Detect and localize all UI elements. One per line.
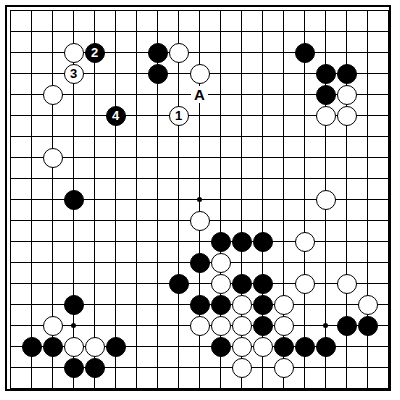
- intersection: [84, 294, 105, 315]
- white-stone: [337, 274, 357, 294]
- intersection: [252, 105, 273, 126]
- intersection: [84, 126, 105, 147]
- intersection: [315, 273, 336, 294]
- intersection: [105, 84, 126, 105]
- white-stone: [232, 337, 252, 357]
- intersection: [0, 42, 21, 63]
- intersection: [210, 378, 231, 399]
- black-stone: [190, 253, 210, 273]
- intersection: [231, 147, 252, 168]
- intersection: [105, 357, 126, 378]
- intersection: [252, 378, 273, 399]
- intersection: [168, 378, 189, 399]
- intersection: [147, 126, 168, 147]
- intersection: [0, 336, 21, 357]
- intersection: [147, 252, 168, 273]
- intersection: [126, 231, 147, 252]
- intersection: [357, 105, 378, 126]
- intersection: [231, 63, 252, 84]
- intersection: [42, 42, 63, 63]
- intersection: [252, 357, 273, 378]
- white-stone: [358, 295, 378, 315]
- intersection: [336, 336, 357, 357]
- star-point: [71, 323, 76, 328]
- intersection: [42, 0, 63, 21]
- intersection: [0, 63, 21, 84]
- intersection: [147, 42, 168, 63]
- intersection: [189, 168, 210, 189]
- intersection: [378, 210, 399, 231]
- intersection: [147, 63, 168, 84]
- intersection: [210, 315, 231, 336]
- intersection: [357, 252, 378, 273]
- intersection: [63, 189, 84, 210]
- intersection: [210, 84, 231, 105]
- intersection: [126, 105, 147, 126]
- intersection: [126, 378, 147, 399]
- intersection: [147, 21, 168, 42]
- white-stone: [190, 64, 210, 84]
- intersection: [252, 21, 273, 42]
- black-stone: [253, 232, 273, 252]
- intersection: [273, 357, 294, 378]
- intersection: [0, 84, 21, 105]
- intersection: [252, 336, 273, 357]
- black-stone: [43, 337, 63, 357]
- intersection: [273, 168, 294, 189]
- intersection: [84, 189, 105, 210]
- intersection: [231, 273, 252, 294]
- intersection: [273, 105, 294, 126]
- intersection: [126, 0, 147, 21]
- intersection: [105, 147, 126, 168]
- intersection: [294, 126, 315, 147]
- intersection: [21, 210, 42, 231]
- intersection: [357, 42, 378, 63]
- intersection: [252, 0, 273, 21]
- intersection: [21, 273, 42, 294]
- intersection: [336, 378, 357, 399]
- intersection: [378, 231, 399, 252]
- black-stone: [190, 295, 210, 315]
- intersection: [84, 336, 105, 357]
- intersection: [273, 126, 294, 147]
- intersection: [63, 252, 84, 273]
- intersection: [357, 294, 378, 315]
- intersection: [378, 105, 399, 126]
- black-stone: [253, 295, 273, 315]
- intersection: [105, 126, 126, 147]
- intersection: [315, 21, 336, 42]
- intersection: [0, 147, 21, 168]
- intersection: [210, 210, 231, 231]
- intersection: [84, 63, 105, 84]
- intersection: [294, 231, 315, 252]
- intersection: [357, 378, 378, 399]
- black-stone: [148, 64, 168, 84]
- intersection: [252, 189, 273, 210]
- intersection: [231, 336, 252, 357]
- intersection: [168, 42, 189, 63]
- intersection: [21, 252, 42, 273]
- intersection: [378, 273, 399, 294]
- white-stone: [295, 232, 315, 252]
- intersection: [315, 189, 336, 210]
- intersection: [336, 0, 357, 21]
- black-stone: [316, 337, 336, 357]
- intersection: [231, 315, 252, 336]
- intersection: [336, 126, 357, 147]
- intersection: [147, 210, 168, 231]
- white-stone: [232, 295, 252, 315]
- intersection: [105, 315, 126, 336]
- intersection: [273, 210, 294, 231]
- intersection: [126, 126, 147, 147]
- intersection: [315, 210, 336, 231]
- intersection: [231, 126, 252, 147]
- intersection: [315, 294, 336, 315]
- intersection: [378, 252, 399, 273]
- intersection: [84, 0, 105, 21]
- black-stone: [211, 232, 231, 252]
- intersection: [336, 252, 357, 273]
- white-stone-move-3: 3: [64, 64, 84, 84]
- intersection: [63, 357, 84, 378]
- white-stone: [274, 316, 294, 336]
- black-stone: [85, 358, 105, 378]
- intersection: [84, 252, 105, 273]
- intersection: [252, 42, 273, 63]
- intersection: [378, 378, 399, 399]
- intersection: [315, 378, 336, 399]
- intersection: [147, 147, 168, 168]
- intersection: [189, 147, 210, 168]
- intersection: [147, 378, 168, 399]
- white-stone: [316, 106, 336, 126]
- intersection: [21, 231, 42, 252]
- black-stone: [64, 358, 84, 378]
- black-stone: [337, 64, 357, 84]
- white-stone: [211, 316, 231, 336]
- intersection: [168, 315, 189, 336]
- intersection: [21, 378, 42, 399]
- intersection: [42, 147, 63, 168]
- black-stone: [295, 337, 315, 357]
- intersection: [357, 231, 378, 252]
- intersection: [189, 357, 210, 378]
- point-label-A: A: [191, 86, 208, 103]
- intersection: [273, 189, 294, 210]
- intersection: [336, 63, 357, 84]
- intersection: [21, 168, 42, 189]
- intersection: [42, 378, 63, 399]
- intersection: [42, 210, 63, 231]
- intersection: [357, 189, 378, 210]
- intersection: [0, 21, 21, 42]
- intersection: [42, 252, 63, 273]
- intersection: [21, 294, 42, 315]
- intersection: [63, 231, 84, 252]
- intersection: [168, 0, 189, 21]
- intersection: [210, 0, 231, 21]
- black-stone: [211, 337, 231, 357]
- intersection: [126, 336, 147, 357]
- intersection: [315, 63, 336, 84]
- intersection: [105, 210, 126, 231]
- intersection: [168, 168, 189, 189]
- intersection: [0, 273, 21, 294]
- intersection: 4: [105, 105, 126, 126]
- intersection: [294, 63, 315, 84]
- intersection: [42, 231, 63, 252]
- intersection: [126, 42, 147, 63]
- intersection: [105, 336, 126, 357]
- intersection: [357, 84, 378, 105]
- intersection: [21, 21, 42, 42]
- intersection: [126, 63, 147, 84]
- intersection: [84, 21, 105, 42]
- intersection: [105, 21, 126, 42]
- intersection: [378, 315, 399, 336]
- black-stone: [232, 232, 252, 252]
- intersection: [357, 168, 378, 189]
- intersection: [21, 42, 42, 63]
- white-stone: [43, 316, 63, 336]
- white-stone: [211, 253, 231, 273]
- black-stone: [64, 295, 84, 315]
- intersection: [0, 357, 21, 378]
- intersection: [84, 378, 105, 399]
- intersection: [0, 126, 21, 147]
- intersection: [0, 168, 21, 189]
- intersection: [42, 84, 63, 105]
- intersection: [0, 252, 21, 273]
- intersection: [294, 21, 315, 42]
- white-stone: [190, 211, 210, 231]
- intersection: [168, 294, 189, 315]
- intersection: [63, 168, 84, 189]
- intersection: [336, 231, 357, 252]
- intersection: [231, 189, 252, 210]
- intersection: [378, 0, 399, 21]
- intersection: [294, 189, 315, 210]
- intersection: [294, 336, 315, 357]
- intersection: [294, 0, 315, 21]
- intersection: [105, 378, 126, 399]
- intersection: [336, 273, 357, 294]
- intersection: [189, 273, 210, 294]
- intersection: [0, 189, 21, 210]
- intersection: [273, 84, 294, 105]
- intersection: [252, 315, 273, 336]
- intersection: [0, 105, 21, 126]
- intersection: [273, 0, 294, 21]
- black-stone: [232, 274, 252, 294]
- intersection: [378, 42, 399, 63]
- intersection: [0, 315, 21, 336]
- intersection: [210, 126, 231, 147]
- black-stone: [148, 43, 168, 63]
- intersection: [63, 294, 84, 315]
- intersection: [210, 21, 231, 42]
- intersection: [378, 147, 399, 168]
- intersection: [357, 147, 378, 168]
- intersection: [63, 210, 84, 231]
- intersection: [105, 168, 126, 189]
- intersection: [0, 378, 21, 399]
- black-stone: [274, 337, 294, 357]
- star-point: [323, 323, 328, 328]
- intersection: [294, 210, 315, 231]
- intersection: [210, 252, 231, 273]
- intersection: [84, 105, 105, 126]
- intersection: [357, 21, 378, 42]
- black-stone: [337, 316, 357, 336]
- intersection: [63, 42, 84, 63]
- intersection: [189, 63, 210, 84]
- intersection: [126, 315, 147, 336]
- intersection: [378, 336, 399, 357]
- black-stone-move-2: 2: [85, 43, 105, 63]
- intersection: [126, 147, 147, 168]
- intersection: [147, 189, 168, 210]
- intersection: 3: [63, 63, 84, 84]
- intersection: [21, 63, 42, 84]
- intersection: [294, 168, 315, 189]
- white-stone: [316, 190, 336, 210]
- intersection: [378, 126, 399, 147]
- intersection: [168, 84, 189, 105]
- intersection: [294, 357, 315, 378]
- intersection: [315, 147, 336, 168]
- intersection: [294, 252, 315, 273]
- intersection: [231, 21, 252, 42]
- white-stone: [211, 274, 231, 294]
- intersection: [105, 63, 126, 84]
- intersection: [336, 210, 357, 231]
- intersection: [63, 126, 84, 147]
- intersection: [210, 42, 231, 63]
- intersection: [357, 273, 378, 294]
- black-stone: [316, 64, 336, 84]
- intersection: [252, 210, 273, 231]
- intersection: [126, 168, 147, 189]
- intersection: [210, 189, 231, 210]
- intersection: [210, 294, 231, 315]
- intersection: [336, 294, 357, 315]
- intersection: [63, 147, 84, 168]
- white-stone: [169, 43, 189, 63]
- intersection: [0, 0, 21, 21]
- intersection: [231, 294, 252, 315]
- intersection: [42, 336, 63, 357]
- intersection: [63, 336, 84, 357]
- intersection: [189, 315, 210, 336]
- intersection: [147, 336, 168, 357]
- go-board: 23A41: [0, 0, 400, 400]
- intersection: [42, 189, 63, 210]
- intersection: [126, 21, 147, 42]
- intersection: [168, 189, 189, 210]
- intersection: [252, 252, 273, 273]
- intersection: [21, 84, 42, 105]
- intersection: [105, 231, 126, 252]
- intersection: [273, 252, 294, 273]
- intersection: [273, 315, 294, 336]
- intersection: [105, 42, 126, 63]
- intersection: [210, 231, 231, 252]
- intersection: [315, 84, 336, 105]
- intersection: [21, 189, 42, 210]
- white-stone: [232, 316, 252, 336]
- intersection: [147, 105, 168, 126]
- intersection: [189, 294, 210, 315]
- intersection: [336, 315, 357, 336]
- intersection: [315, 126, 336, 147]
- intersection: [84, 357, 105, 378]
- intersection: 1: [168, 105, 189, 126]
- intersection: [336, 189, 357, 210]
- intersection: [273, 336, 294, 357]
- intersection: [63, 315, 84, 336]
- intersection: [42, 105, 63, 126]
- intersection: [0, 231, 21, 252]
- intersection: [357, 126, 378, 147]
- white-stone: [43, 148, 63, 168]
- white-stone: [190, 316, 210, 336]
- intersection: [210, 63, 231, 84]
- intersection: [378, 168, 399, 189]
- intersection: 2: [84, 42, 105, 63]
- intersection: [210, 105, 231, 126]
- intersection: [231, 0, 252, 21]
- intersection: [42, 21, 63, 42]
- intersection: [147, 315, 168, 336]
- white-stone: [85, 337, 105, 357]
- intersection: [315, 357, 336, 378]
- black-stone: [106, 337, 126, 357]
- intersection: [21, 315, 42, 336]
- intersection: [147, 84, 168, 105]
- intersection: [231, 252, 252, 273]
- intersection: [126, 189, 147, 210]
- intersection: [147, 273, 168, 294]
- intersection: [105, 273, 126, 294]
- white-stone: [64, 337, 84, 357]
- intersection: [42, 126, 63, 147]
- intersection: [21, 336, 42, 357]
- intersection: [63, 84, 84, 105]
- intersection: [231, 105, 252, 126]
- intersection: [189, 105, 210, 126]
- intersection: [168, 210, 189, 231]
- stones-layer: 23A41: [0, 0, 399, 399]
- intersection: [231, 357, 252, 378]
- intersection: [42, 168, 63, 189]
- intersection: [336, 168, 357, 189]
- intersection: [63, 0, 84, 21]
- intersection: [63, 273, 84, 294]
- intersection: [252, 168, 273, 189]
- intersection: [147, 294, 168, 315]
- intersection: [273, 147, 294, 168]
- black-stone: [169, 274, 189, 294]
- white-stone: [274, 358, 294, 378]
- intersection: [147, 0, 168, 21]
- intersection: [294, 42, 315, 63]
- intersection: [21, 105, 42, 126]
- intersection: [273, 42, 294, 63]
